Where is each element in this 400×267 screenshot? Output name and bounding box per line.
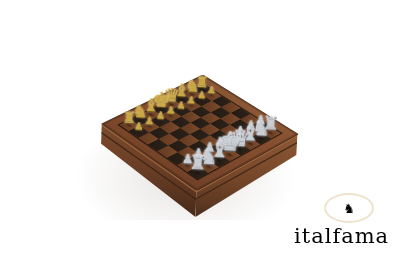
silver-rook: ♜ — [189, 153, 207, 173]
board-perspective-wrap: ♜♟♟♜♞♟♟♞♝♟♟♝♛♟♟♛♚♟♟♚♝♟♟♝♞♟♟♞♜♟♟♜ — [26, 18, 375, 247]
chess-board-grid: ♜♟♟♜♞♟♟♞♝♟♟♝♛♟♟♛♚♟♟♚♝♟♟♝♞♟♟♞♜♟♟♜ — [120, 84, 281, 179]
gold-pawn: ♟ — [207, 86, 216, 96]
gold-pawn: ♟ — [187, 96, 196, 106]
knight-logo-glyph: ♞ — [343, 202, 355, 215]
gold-pawn: ♟ — [145, 116, 155, 127]
gold-pawn: ♟ — [134, 121, 144, 132]
gold-pawn: ♟ — [197, 91, 206, 101]
watermark-text: italfama — [294, 226, 394, 247]
gold-pawn: ♟ — [166, 106, 175, 116]
product-photo: ♜♟♟♜♞♟♟♞♝♟♟♝♛♟♟♛♚♟♟♚♝♟♟♝♞♟♟♞♜♟♟♜ ♞ italf… — [0, 0, 400, 267]
chess-set: ♜♟♟♜♞♟♟♞♝♟♟♝♛♟♟♛♚♟♟♚♝♟♟♝♞♟♟♞♜♟♟♜ — [26, 18, 375, 247]
gold-pawn: ♟ — [156, 111, 166, 122]
square-h1: ♜ — [187, 166, 208, 179]
chess-board: ♜♟♟♜♞♟♟♞♝♟♟♝♛♟♟♛♚♟♟♚♝♟♟♝♞♟♟♞♜♟♟♜ — [101, 75, 299, 192]
italfama-logo-icon: ♞ — [324, 193, 374, 223]
gold-pawn: ♟ — [177, 101, 186, 111]
